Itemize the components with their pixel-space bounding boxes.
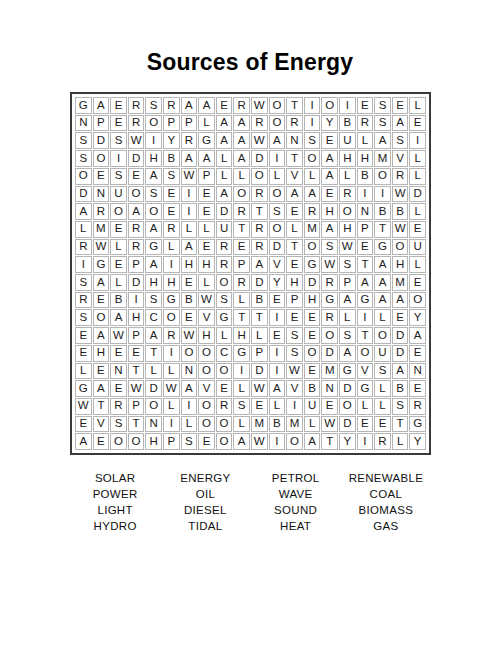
grid-cell-r12c7[interactable]: B [181, 292, 198, 309]
grid-cell-r10c1[interactable]: I [75, 256, 92, 273]
grid-cell-r12c4[interactable]: I [128, 292, 145, 309]
grid-cell-r13c9[interactable]: G [216, 309, 233, 326]
grid-cell-r6c1[interactable]: D [75, 186, 92, 203]
grid-cell-r4c7[interactable]: A [181, 150, 198, 167]
grid-cell-r1c20[interactable]: L [409, 97, 426, 114]
grid-cell-r14c2[interactable]: A [93, 327, 110, 344]
grid-cell-r3c1[interactable]: S [75, 132, 92, 149]
grid-cell-r14c17[interactable]: T [357, 327, 374, 344]
grid-cell-r8c13[interactable]: L [286, 221, 303, 238]
grid-cell-r5c4[interactable]: E [128, 168, 145, 185]
grid-cell-r9c5[interactable]: G [145, 239, 162, 256]
grid-cell-r4c1[interactable]: S [75, 150, 92, 167]
grid-cell-r14c5[interactable]: A [145, 327, 162, 344]
grid-cell-r8c9[interactable]: U [216, 221, 233, 238]
grid-cell-r1c3[interactable]: E [110, 97, 127, 114]
grid-cell-r12c12[interactable]: E [269, 292, 286, 309]
grid-cell-r11c1[interactable]: S [75, 274, 92, 291]
grid-cell-r13c6[interactable]: O [163, 309, 180, 326]
grid-cell-r14c8[interactable]: H [198, 327, 215, 344]
grid-cell-r11c13[interactable]: H [286, 274, 303, 291]
grid-cell-r9c1[interactable]: R [75, 239, 92, 256]
grid-cell-r4c2[interactable]: O [93, 150, 110, 167]
grid-cell-r13c4[interactable]: H [128, 309, 145, 326]
grid-cell-r2c10[interactable]: A [233, 115, 250, 132]
grid-cell-r11c19[interactable]: M [392, 274, 409, 291]
grid-cell-r9c14[interactable]: O [304, 239, 321, 256]
grid-cell-r6c16[interactable]: R [339, 186, 356, 203]
grid-cell-r3c5[interactable]: I [145, 132, 162, 149]
grid-cell-r13c13[interactable]: E [286, 309, 303, 326]
grid-cell-r12c16[interactable]: A [339, 292, 356, 309]
grid-cell-r13c7[interactable]: E [181, 309, 198, 326]
grid-cell-r16c6[interactable]: L [163, 363, 180, 380]
grid-cell-r5c2[interactable]: E [93, 168, 110, 185]
grid-cell-r17c12[interactable]: A [269, 380, 286, 397]
grid-cell-r8c2[interactable]: M [93, 221, 110, 238]
grid-cell-r1c11[interactable]: W [251, 97, 268, 114]
grid-cell-r3c20[interactable]: I [409, 132, 426, 149]
grid-cell-r12c2[interactable]: E [93, 292, 110, 309]
grid-cell-r13c16[interactable]: L [339, 309, 356, 326]
grid-cell-r4c12[interactable]: I [269, 150, 286, 167]
grid-cell-r6c18[interactable]: I [374, 186, 391, 203]
grid-cell-r11c2[interactable]: A [93, 274, 110, 291]
grid-cell-r14c12[interactable]: E [269, 327, 286, 344]
grid-cell-r17c20[interactable]: E [409, 380, 426, 397]
grid-cell-r10c7[interactable]: H [181, 256, 198, 273]
grid-cell-r9c8[interactable]: E [198, 239, 215, 256]
grid-cell-r12c8[interactable]: W [198, 292, 215, 309]
grid-cell-r13c11[interactable]: T [251, 309, 268, 326]
grid-cell-r8c19[interactable]: W [392, 221, 409, 238]
grid-cell-r19c4[interactable]: T [128, 416, 145, 433]
grid-cell-r1c5[interactable]: S [145, 97, 162, 114]
grid-cell-r17c14[interactable]: B [304, 380, 321, 397]
grid-cell-r8c8[interactable]: L [198, 221, 215, 238]
grid-cell-r15c15[interactable]: D [321, 345, 338, 362]
grid-cell-r5c16[interactable]: L [339, 168, 356, 185]
grid-cell-r17c4[interactable]: W [128, 380, 145, 397]
grid-cell-r12c5[interactable]: S [145, 292, 162, 309]
grid-cell-r16c2[interactable]: E [93, 363, 110, 380]
grid-cell-r16c19[interactable]: A [392, 363, 409, 380]
grid-cell-r3c9[interactable]: A [216, 132, 233, 149]
grid-cell-r15c14[interactable]: O [304, 345, 321, 362]
grid-cell-r17c7[interactable]: A [181, 380, 198, 397]
grid-cell-r17c15[interactable]: N [321, 380, 338, 397]
grid-cell-r20c15[interactable]: T [321, 433, 338, 450]
grid-cell-r18c20[interactable]: R [409, 398, 426, 415]
grid-cell-r17c2[interactable]: A [93, 380, 110, 397]
grid-cell-r17c11[interactable]: W [251, 380, 268, 397]
grid-cell-r8c6[interactable]: R [163, 221, 180, 238]
grid-cell-r17c3[interactable]: E [110, 380, 127, 397]
grid-cell-r20c12[interactable]: I [269, 433, 286, 450]
grid-cell-r1c15[interactable]: O [321, 97, 338, 114]
grid-cell-r4c8[interactable]: A [198, 150, 215, 167]
grid-cell-r20c5[interactable]: H [145, 433, 162, 450]
grid-cell-r3c4[interactable]: W [128, 132, 145, 149]
grid-cell-r15c8[interactable]: O [198, 345, 215, 362]
grid-cell-r13c5[interactable]: C [145, 309, 162, 326]
grid-cell-r20c2[interactable]: E [93, 433, 110, 450]
grid-cell-r7c18[interactable]: B [374, 203, 391, 220]
grid-cell-r20c9[interactable]: O [216, 433, 233, 450]
grid-cell-r8c7[interactable]: L [181, 221, 198, 238]
grid-cell-r7c13[interactable]: E [286, 203, 303, 220]
grid-cell-r3c6[interactable]: Y [163, 132, 180, 149]
grid-cell-r16c1[interactable]: L [75, 363, 92, 380]
grid-cell-r16c5[interactable]: L [145, 363, 162, 380]
grid-cell-r4c3[interactable]: I [110, 150, 127, 167]
grid-cell-r18c14[interactable]: U [304, 398, 321, 415]
grid-cell-r17c17[interactable]: G [357, 380, 374, 397]
grid-cell-r18c15[interactable]: E [321, 398, 338, 415]
grid-cell-r20c11[interactable]: W [251, 433, 268, 450]
grid-cell-r10c17[interactable]: T [357, 256, 374, 273]
grid-cell-r13c12[interactable]: I [269, 309, 286, 326]
grid-cell-r17c1[interactable]: G [75, 380, 92, 397]
grid-cell-r11c11[interactable]: D [251, 274, 268, 291]
grid-cell-r13c20[interactable]: Y [409, 309, 426, 326]
grid-cell-r12c3[interactable]: B [110, 292, 127, 309]
grid-cell-r4c16[interactable]: H [339, 150, 356, 167]
grid-cell-r15c9[interactable]: C [216, 345, 233, 362]
grid-cell-r7c1[interactable]: A [75, 203, 92, 220]
grid-cell-r12c17[interactable]: G [357, 292, 374, 309]
grid-cell-r9c10[interactable]: E [233, 239, 250, 256]
grid-cell-r19c5[interactable]: N [145, 416, 162, 433]
grid-cell-r7c7[interactable]: I [181, 203, 198, 220]
grid-cell-r8c20[interactable]: E [409, 221, 426, 238]
grid-cell-r19c13[interactable]: M [286, 416, 303, 433]
grid-cell-r7c5[interactable]: O [145, 203, 162, 220]
grid-cell-r11c8[interactable]: L [198, 274, 215, 291]
grid-cell-r15c20[interactable]: E [409, 345, 426, 362]
grid-cell-r11c7[interactable]: E [181, 274, 198, 291]
grid-cell-r5c15[interactable]: A [321, 168, 338, 185]
grid-cell-r12c14[interactable]: H [304, 292, 321, 309]
grid-cell-r15c1[interactable]: E [75, 345, 92, 362]
grid-cell-r16c4[interactable]: T [128, 363, 145, 380]
grid-cell-r5c5[interactable]: A [145, 168, 162, 185]
grid-cell-r9c9[interactable]: R [216, 239, 233, 256]
grid-cell-r1c16[interactable]: I [339, 97, 356, 114]
grid-cell-r13c1[interactable]: S [75, 309, 92, 326]
grid-cell-r9c20[interactable]: U [409, 239, 426, 256]
grid-cell-r5c10[interactable]: L [233, 168, 250, 185]
grid-cell-r14c18[interactable]: O [374, 327, 391, 344]
grid-cell-r12c15[interactable]: G [321, 292, 338, 309]
grid-cell-r1c19[interactable]: E [392, 97, 409, 114]
grid-cell-r1c13[interactable]: T [286, 97, 303, 114]
grid-cell-r7c9[interactable]: D [216, 203, 233, 220]
grid-cell-r1c14[interactable]: I [304, 97, 321, 114]
grid-cell-r2c5[interactable]: O [145, 115, 162, 132]
grid-cell-r9c13[interactable]: T [286, 239, 303, 256]
grid-cell-r4c17[interactable]: H [357, 150, 374, 167]
grid-cell-r2c18[interactable]: S [374, 115, 391, 132]
grid-cell-r19c20[interactable]: G [409, 416, 426, 433]
grid-cell-r17c6[interactable]: W [163, 380, 180, 397]
grid-cell-r16c10[interactable]: I [233, 363, 250, 380]
grid-cell-r2c14[interactable]: I [304, 115, 321, 132]
grid-cell-r20c18[interactable]: R [374, 433, 391, 450]
grid-cell-r17c9[interactable]: E [216, 380, 233, 397]
grid-cell-r11c15[interactable]: R [321, 274, 338, 291]
grid-cell-r6c5[interactable]: S [145, 186, 162, 203]
grid-cell-r2c7[interactable]: P [181, 115, 198, 132]
grid-cell-r2c15[interactable]: Y [321, 115, 338, 132]
grid-cell-r10c5[interactable]: A [145, 256, 162, 273]
grid-cell-r13c19[interactable]: E [392, 309, 409, 326]
grid-cell-r14c9[interactable]: L [216, 327, 233, 344]
grid-cell-r20c17[interactable]: I [357, 433, 374, 450]
grid-cell-r4c18[interactable]: M [374, 150, 391, 167]
grid-cell-r12c13[interactable]: P [286, 292, 303, 309]
grid-cell-r7c20[interactable]: L [409, 203, 426, 220]
grid-cell-r3c16[interactable]: U [339, 132, 356, 149]
grid-cell-r7c14[interactable]: R [304, 203, 321, 220]
grid-cell-r18c2[interactable]: T [93, 398, 110, 415]
grid-cell-r14c6[interactable]: R [163, 327, 180, 344]
grid-cell-r16c16[interactable]: G [339, 363, 356, 380]
grid-cell-r17c19[interactable]: B [392, 380, 409, 397]
grid-cell-r9c18[interactable]: G [374, 239, 391, 256]
grid-cell-r11c3[interactable]: L [110, 274, 127, 291]
grid-cell-r19c8[interactable]: O [198, 416, 215, 433]
grid-cell-r3c14[interactable]: S [304, 132, 321, 149]
grid-cell-r4c20[interactable]: L [409, 150, 426, 167]
grid-cell-r2c12[interactable]: O [269, 115, 286, 132]
grid-cell-r9c3[interactable]: L [110, 239, 127, 256]
grid-cell-r20c16[interactable]: Y [339, 433, 356, 450]
grid-cell-r15c7[interactable]: O [181, 345, 198, 362]
grid-cell-r9c12[interactable]: D [269, 239, 286, 256]
grid-cell-r5c18[interactable]: O [374, 168, 391, 185]
grid-cell-r4c13[interactable]: T [286, 150, 303, 167]
grid-cell-r7c4[interactable]: A [128, 203, 145, 220]
grid-cell-r20c14[interactable]: A [304, 433, 321, 450]
grid-cell-r16c12[interactable]: I [269, 363, 286, 380]
grid-cell-r7c16[interactable]: O [339, 203, 356, 220]
grid-cell-r7c17[interactable]: N [357, 203, 374, 220]
grid-cell-r11c10[interactable]: R [233, 274, 250, 291]
grid-cell-r15c3[interactable]: E [110, 345, 127, 362]
grid-cell-r11c9[interactable]: O [216, 274, 233, 291]
grid-cell-r5c14[interactable]: L [304, 168, 321, 185]
grid-cell-r16c18[interactable]: S [374, 363, 391, 380]
grid-cell-r11c16[interactable]: P [339, 274, 356, 291]
grid-cell-r14c11[interactable]: L [251, 327, 268, 344]
grid-cell-r18c5[interactable]: O [145, 398, 162, 415]
grid-cell-r15c5[interactable]: T [145, 345, 162, 362]
grid-cell-r7c10[interactable]: R [233, 203, 250, 220]
grid-cell-r8c16[interactable]: H [339, 221, 356, 238]
grid-cell-r8c18[interactable]: T [374, 221, 391, 238]
grid-cell-r18c6[interactable]: L [163, 398, 180, 415]
grid-cell-r1c7[interactable]: A [181, 97, 198, 114]
grid-cell-r18c12[interactable]: L [269, 398, 286, 415]
grid-cell-r19c15[interactable]: W [321, 416, 338, 433]
grid-cell-r20c1[interactable]: A [75, 433, 92, 450]
grid-cell-r18c19[interactable]: S [392, 398, 409, 415]
grid-cell-r10c8[interactable]: H [198, 256, 215, 273]
grid-cell-r18c11[interactable]: E [251, 398, 268, 415]
grid-cell-r11c14[interactable]: D [304, 274, 321, 291]
grid-cell-r12c1[interactable]: R [75, 292, 92, 309]
grid-cell-r19c14[interactable]: L [304, 416, 321, 433]
grid-cell-r11c17[interactable]: A [357, 274, 374, 291]
grid-cell-r1c6[interactable]: R [163, 97, 180, 114]
grid-cell-r13c14[interactable]: E [304, 309, 321, 326]
grid-cell-r3c11[interactable]: W [251, 132, 268, 149]
grid-cell-r12c6[interactable]: G [163, 292, 180, 309]
grid-cell-r10c10[interactable]: P [233, 256, 250, 273]
grid-cell-r10c3[interactable]: E [110, 256, 127, 273]
grid-cell-r5c6[interactable]: S [163, 168, 180, 185]
grid-cell-r16c14[interactable]: E [304, 363, 321, 380]
grid-cell-r15c10[interactable]: G [233, 345, 250, 362]
grid-cell-r5c17[interactable]: B [357, 168, 374, 185]
grid-cell-r9c17[interactable]: E [357, 239, 374, 256]
grid-cell-r1c2[interactable]: A [93, 97, 110, 114]
grid-cell-r20c10[interactable]: A [233, 433, 250, 450]
grid-cell-r15c6[interactable]: I [163, 345, 180, 362]
grid-cell-r10c2[interactable]: G [93, 256, 110, 273]
grid-cell-r2c16[interactable]: B [339, 115, 356, 132]
grid-cell-r15c19[interactable]: D [392, 345, 409, 362]
grid-cell-r10c16[interactable]: S [339, 256, 356, 273]
grid-cell-r11c20[interactable]: E [409, 274, 426, 291]
grid-cell-r19c2[interactable]: V [93, 416, 110, 433]
grid-cell-r5c11[interactable]: O [251, 168, 268, 185]
grid-cell-r15c17[interactable]: O [357, 345, 374, 362]
grid-cell-r20c6[interactable]: P [163, 433, 180, 450]
grid-cell-r2c11[interactable]: R [251, 115, 268, 132]
grid-cell-r18c4[interactable]: P [128, 398, 145, 415]
grid-cell-r8c12[interactable]: O [269, 221, 286, 238]
grid-cell-r19c1[interactable]: E [75, 416, 92, 433]
grid-cell-r8c5[interactable]: A [145, 221, 162, 238]
grid-cell-r3c8[interactable]: G [198, 132, 215, 149]
grid-cell-r2c1[interactable]: N [75, 115, 92, 132]
grid-cell-r3c12[interactable]: A [269, 132, 286, 149]
grid-cell-r20c7[interactable]: S [181, 433, 198, 450]
grid-cell-r9c11[interactable]: R [251, 239, 268, 256]
grid-cell-r11c4[interactable]: D [128, 274, 145, 291]
grid-cell-r15c2[interactable]: H [93, 345, 110, 362]
grid-cell-r8c1[interactable]: L [75, 221, 92, 238]
grid-cell-r2c19[interactable]: A [392, 115, 409, 132]
grid-cell-r6c10[interactable]: O [233, 186, 250, 203]
grid-cell-r17c16[interactable]: D [339, 380, 356, 397]
grid-cell-r3c3[interactable]: S [110, 132, 127, 149]
grid-cell-r10c19[interactable]: H [392, 256, 409, 273]
grid-cell-r14c13[interactable]: S [286, 327, 303, 344]
grid-cell-r2c4[interactable]: R [128, 115, 145, 132]
grid-cell-r15c18[interactable]: U [374, 345, 391, 362]
grid-cell-r8c15[interactable]: A [321, 221, 338, 238]
grid-cell-r6c12[interactable]: O [269, 186, 286, 203]
grid-cell-r19c19[interactable]: T [392, 416, 409, 433]
grid-cell-r19c3[interactable]: S [110, 416, 127, 433]
grid-cell-r6c19[interactable]: W [392, 186, 409, 203]
grid-cell-r10c4[interactable]: P [128, 256, 145, 273]
grid-cell-r17c18[interactable]: L [374, 380, 391, 397]
grid-cell-r3c18[interactable]: A [374, 132, 391, 149]
grid-cell-r14c19[interactable]: D [392, 327, 409, 344]
grid-cell-r18c17[interactable]: L [357, 398, 374, 415]
grid-cell-r19c7[interactable]: L [181, 416, 198, 433]
grid-cell-r8c10[interactable]: T [233, 221, 250, 238]
grid-cell-r1c1[interactable]: G [75, 97, 92, 114]
grid-cell-r18c13[interactable]: I [286, 398, 303, 415]
grid-cell-r8c3[interactable]: E [110, 221, 127, 238]
grid-cell-r7c15[interactable]: H [321, 203, 338, 220]
grid-cell-r9c16[interactable]: W [339, 239, 356, 256]
grid-cell-r4c11[interactable]: D [251, 150, 268, 167]
grid-cell-r10c6[interactable]: I [163, 256, 180, 273]
grid-cell-r12c18[interactable]: A [374, 292, 391, 309]
grid-cell-r9c19[interactable]: O [392, 239, 409, 256]
grid-cell-r1c8[interactable]: A [198, 97, 215, 114]
grid-cell-r16c8[interactable]: O [198, 363, 215, 380]
grid-cell-r17c5[interactable]: D [145, 380, 162, 397]
grid-cell-r2c20[interactable]: E [409, 115, 426, 132]
grid-cell-r3c2[interactable]: D [93, 132, 110, 149]
grid-cell-r4c10[interactable]: A [233, 150, 250, 167]
grid-cell-r20c8[interactable]: E [198, 433, 215, 450]
grid-cell-r7c11[interactable]: T [251, 203, 268, 220]
grid-cell-r4c19[interactable]: V [392, 150, 409, 167]
grid-cell-r19c12[interactable]: B [269, 416, 286, 433]
grid-cell-r6c3[interactable]: U [110, 186, 127, 203]
grid-cell-r17c8[interactable]: V [198, 380, 215, 397]
grid-cell-r16c9[interactable]: O [216, 363, 233, 380]
grid-cell-r18c16[interactable]: O [339, 398, 356, 415]
grid-cell-r14c10[interactable]: H [233, 327, 250, 344]
grid-cell-r11c18[interactable]: A [374, 274, 391, 291]
grid-cell-r15c4[interactable]: E [128, 345, 145, 362]
grid-cell-r14c20[interactable]: A [409, 327, 426, 344]
grid-cell-r16c3[interactable]: N [110, 363, 127, 380]
grid-cell-r1c18[interactable]: S [374, 97, 391, 114]
grid-cell-r9c6[interactable]: L [163, 239, 180, 256]
grid-cell-r2c17[interactable]: R [357, 115, 374, 132]
grid-cell-r6c7[interactable]: I [181, 186, 198, 203]
grid-cell-r12c19[interactable]: A [392, 292, 409, 309]
grid-cell-r5c13[interactable]: V [286, 168, 303, 185]
grid-cell-r20c4[interactable]: O [128, 433, 145, 450]
grid-cell-r6c14[interactable]: A [304, 186, 321, 203]
grid-cell-r16c11[interactable]: D [251, 363, 268, 380]
grid-cell-r1c10[interactable]: R [233, 97, 250, 114]
grid-cell-r14c16[interactable]: S [339, 327, 356, 344]
grid-cell-r14c1[interactable]: E [75, 327, 92, 344]
grid-cell-r6c15[interactable]: E [321, 186, 338, 203]
grid-cell-r10c12[interactable]: V [269, 256, 286, 273]
grid-cell-r18c18[interactable]: L [374, 398, 391, 415]
grid-cell-r7c12[interactable]: S [269, 203, 286, 220]
grid-cell-r6c13[interactable]: A [286, 186, 303, 203]
grid-cell-r3c7[interactable]: R [181, 132, 198, 149]
grid-cell-r6c2[interactable]: N [93, 186, 110, 203]
grid-cell-r3c19[interactable]: S [392, 132, 409, 149]
grid-cell-r15c11[interactable]: P [251, 345, 268, 362]
grid-cell-r5c1[interactable]: O [75, 168, 92, 185]
